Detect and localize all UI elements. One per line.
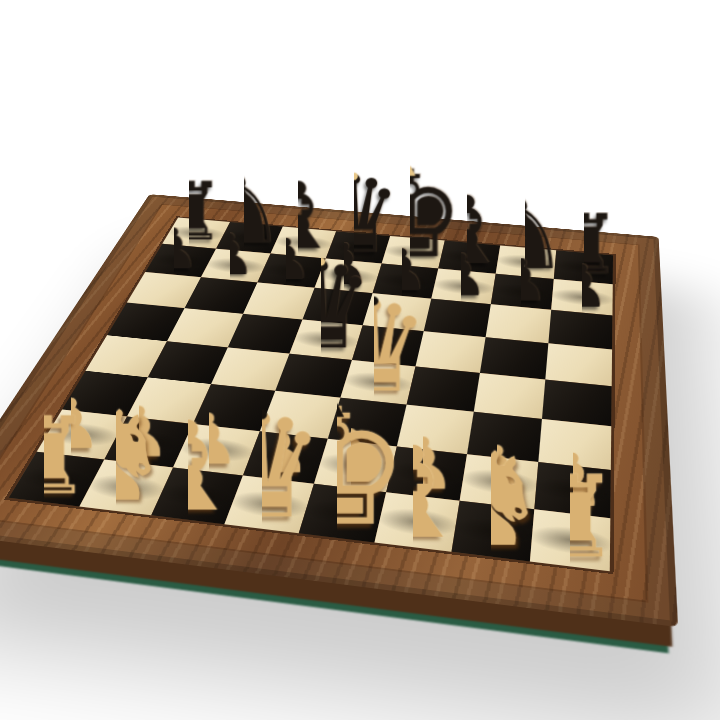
square-h6[interactable] [548, 310, 612, 350]
piece-shadow [324, 238, 393, 258]
square-g5[interactable] [480, 337, 548, 379]
square-b6[interactable] [185, 277, 258, 313]
black-pawn-glyph: ♟ [495, 258, 547, 306]
square-b5[interactable] [167, 308, 243, 347]
black-queen-glyph: ♛ [306, 172, 401, 259]
square-f8[interactable]: ♝ [438, 241, 500, 274]
square-b7[interactable]: ♟ [201, 249, 271, 283]
board-position-wrapper: ♜♞♝●♛▲♚♝♞♜♟♟♟♟♟♟♟♟●♛●♛♟♟♟♟♟♟♟♟♜♞♝●♛▲♚♝♞♜ [44, 52, 660, 668]
black-knight-glyph: ♞ [202, 174, 285, 250]
square-a4[interactable] [86, 335, 167, 377]
black-knight-glyph: ♞ [482, 196, 568, 275]
black-pawn-glyph: ♟ [204, 232, 254, 278]
square-a8[interactable]: ♜ [162, 218, 230, 249]
black-pawn-glyph: ♟ [556, 263, 609, 311]
square-h8[interactable]: ♜ [554, 250, 613, 284]
piece-shadow [547, 286, 617, 309]
piece-shadow [550, 257, 618, 278]
black-king-glyph: ♚ [357, 167, 464, 265]
square-f7[interactable]: ♟ [431, 269, 495, 305]
square-d8[interactable]: ●♛ [326, 231, 390, 263]
square-a7[interactable]: ♟ [145, 244, 216, 277]
piece-shadow [269, 233, 338, 253]
square-a5[interactable] [107, 302, 185, 341]
black-pawn-glyph: ♟ [435, 252, 487, 299]
square-c5[interactable] [228, 314, 303, 354]
square-h4[interactable] [542, 380, 612, 427]
king-finial-spike: ▲ [405, 164, 415, 177]
playing-area: ♜♞♝●♛▲♚♝♞♜♟♟♟♟♟♟♟♟●♛●♛♟♟♟♟♟♟♟♟♜♞♝●♛▲♚♝♞♜ [9, 218, 613, 572]
square-g6[interactable] [486, 304, 552, 343]
square-h1[interactable]: ♜ [530, 509, 610, 571]
black-bishop-glyph: ♝ [425, 193, 509, 270]
piece-shadow [428, 276, 499, 298]
queen-finial-ball: ● [316, 255, 326, 266]
square-c6[interactable] [243, 282, 314, 319]
piece-shadow [145, 250, 217, 271]
piece-shadow [162, 224, 231, 243]
square-b8[interactable]: ♞ [216, 222, 283, 253]
black-pawn-glyph: ♟ [148, 227, 198, 273]
product-photo-stage: ♜♞♝●♛▲♚♝♞♜♟♟♟♟♟♟♟♟●♛●♛♟♟♟♟♟♟♟♟♜♞♝●♛▲♚♝♞♜ [0, 0, 720, 720]
piece-shadow [492, 252, 560, 273]
square-c7[interactable]: ♟ [257, 254, 325, 288]
piece-shadow [215, 228, 284, 248]
square-f6[interactable] [424, 299, 491, 338]
square-h7[interactable]: ♟ [551, 279, 613, 316]
black-rook-glyph: ♜ [546, 211, 621, 280]
square-g7[interactable]: ♟ [491, 274, 554, 310]
square-g8[interactable]: ♞ [496, 245, 557, 279]
white-rook-glyph: ♜ [519, 471, 621, 564]
piece-shadow [435, 247, 503, 268]
queen-finial-ball: ● [369, 294, 379, 306]
square-e8[interactable]: ▲♚ [382, 236, 445, 269]
king-finial-spike: ▲ [330, 400, 344, 418]
piece-shadow [379, 242, 447, 262]
chess-board: ♜♞♝●♛▲♚♝♞♜♟♟♟♟♟♟♟♟●♛●♛♟♟♟♟♟♟♟♟♜♞♝●♛▲♚♝♞♜ [0, 194, 678, 627]
black-rook-glyph: ♜ [154, 179, 226, 245]
black-pawn-glyph: ♟ [261, 237, 312, 283]
square-a6[interactable] [127, 272, 201, 308]
piece-shadow [200, 255, 272, 276]
square-h5[interactable] [545, 343, 612, 386]
piece-shadow [487, 281, 558, 304]
black-bishop-glyph: ♝ [257, 179, 339, 254]
square-c8[interactable]: ♝ [271, 227, 337, 259]
queen-finial-ball: ● [350, 171, 359, 181]
